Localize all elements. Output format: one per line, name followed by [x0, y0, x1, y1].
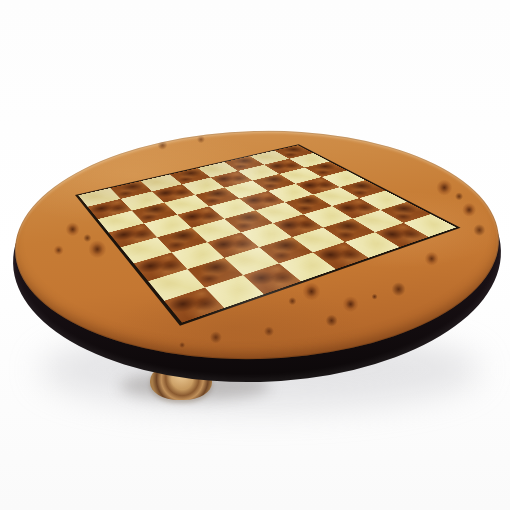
product-photo	[0, 0, 510, 510]
